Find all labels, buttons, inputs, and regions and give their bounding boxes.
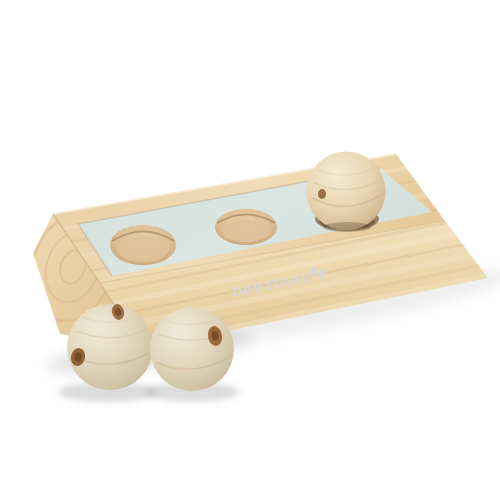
hole-2[interactable] xyxy=(215,209,277,245)
ball-knot xyxy=(318,189,326,199)
puzzle-board-photo: beeztees xyxy=(0,0,500,500)
ball-front-right[interactable] xyxy=(150,307,234,391)
ball-contact-shadow xyxy=(323,222,371,232)
product-photo-stage: beeztees xyxy=(0,0,500,500)
hole-1[interactable] xyxy=(110,225,176,265)
